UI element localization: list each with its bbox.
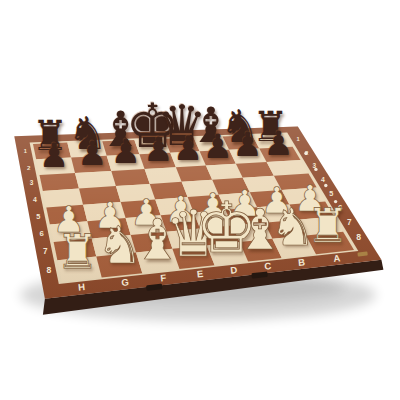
file-label-H: H <box>77 281 85 293</box>
piece-black-pawn-a7[interactable]: ♟ <box>264 126 294 160</box>
frame-screw-dot <box>314 168 317 171</box>
piece-black-pawn-b7[interactable]: ♟ <box>233 128 263 162</box>
rank-label-left-4: 4 <box>33 196 37 203</box>
rank-label-left-5: 5 <box>36 212 40 221</box>
rank-label-left-7: 7 <box>43 247 48 256</box>
piece-black-pawn-c7[interactable]: ♟ <box>203 130 233 164</box>
piece-black-pawn-e7[interactable]: ♟ <box>143 133 173 167</box>
piece-black-pawn-h7[interactable]: ♟ <box>39 138 69 172</box>
file-label-G: G <box>121 276 129 288</box>
piece-white-rook-h1[interactable]: ♜ <box>56 228 99 276</box>
piece-black-pawn-f7[interactable]: ♟ <box>111 135 141 169</box>
square-g6[interactable] <box>75 171 116 189</box>
piece-white-rook-a1[interactable]: ♜ <box>306 202 349 250</box>
rank-label-left-1: 1 <box>24 148 27 154</box>
square-e6[interactable] <box>145 167 182 184</box>
square-h6[interactable] <box>40 173 80 191</box>
frame-screw-dot <box>304 152 307 155</box>
square-d6[interactable] <box>176 166 212 182</box>
square-f6[interactable] <box>111 169 150 186</box>
rank-label-left-6: 6 <box>40 229 45 238</box>
rank-label-right-8: 8 <box>356 232 361 242</box>
file-label-C: C <box>264 260 272 272</box>
rank-label-left-8: 8 <box>47 265 52 275</box>
piece-black-pawn-g7[interactable]: ♟ <box>77 136 107 170</box>
file-label-B: B <box>298 256 306 268</box>
product-photo-stage: 1122334455667788HGFEDCBA ♜♞♝♚♛♝♞♜♟♟♟♟♟♟♟… <box>0 0 400 400</box>
file-label-A: A <box>333 252 341 264</box>
rank-label-right-1: 1 <box>297 136 300 142</box>
rank-label-right-5: 5 <box>329 189 333 198</box>
piece-black-pawn-d7[interactable]: ♟ <box>173 131 203 165</box>
rank-label-left-3: 3 <box>30 179 34 186</box>
